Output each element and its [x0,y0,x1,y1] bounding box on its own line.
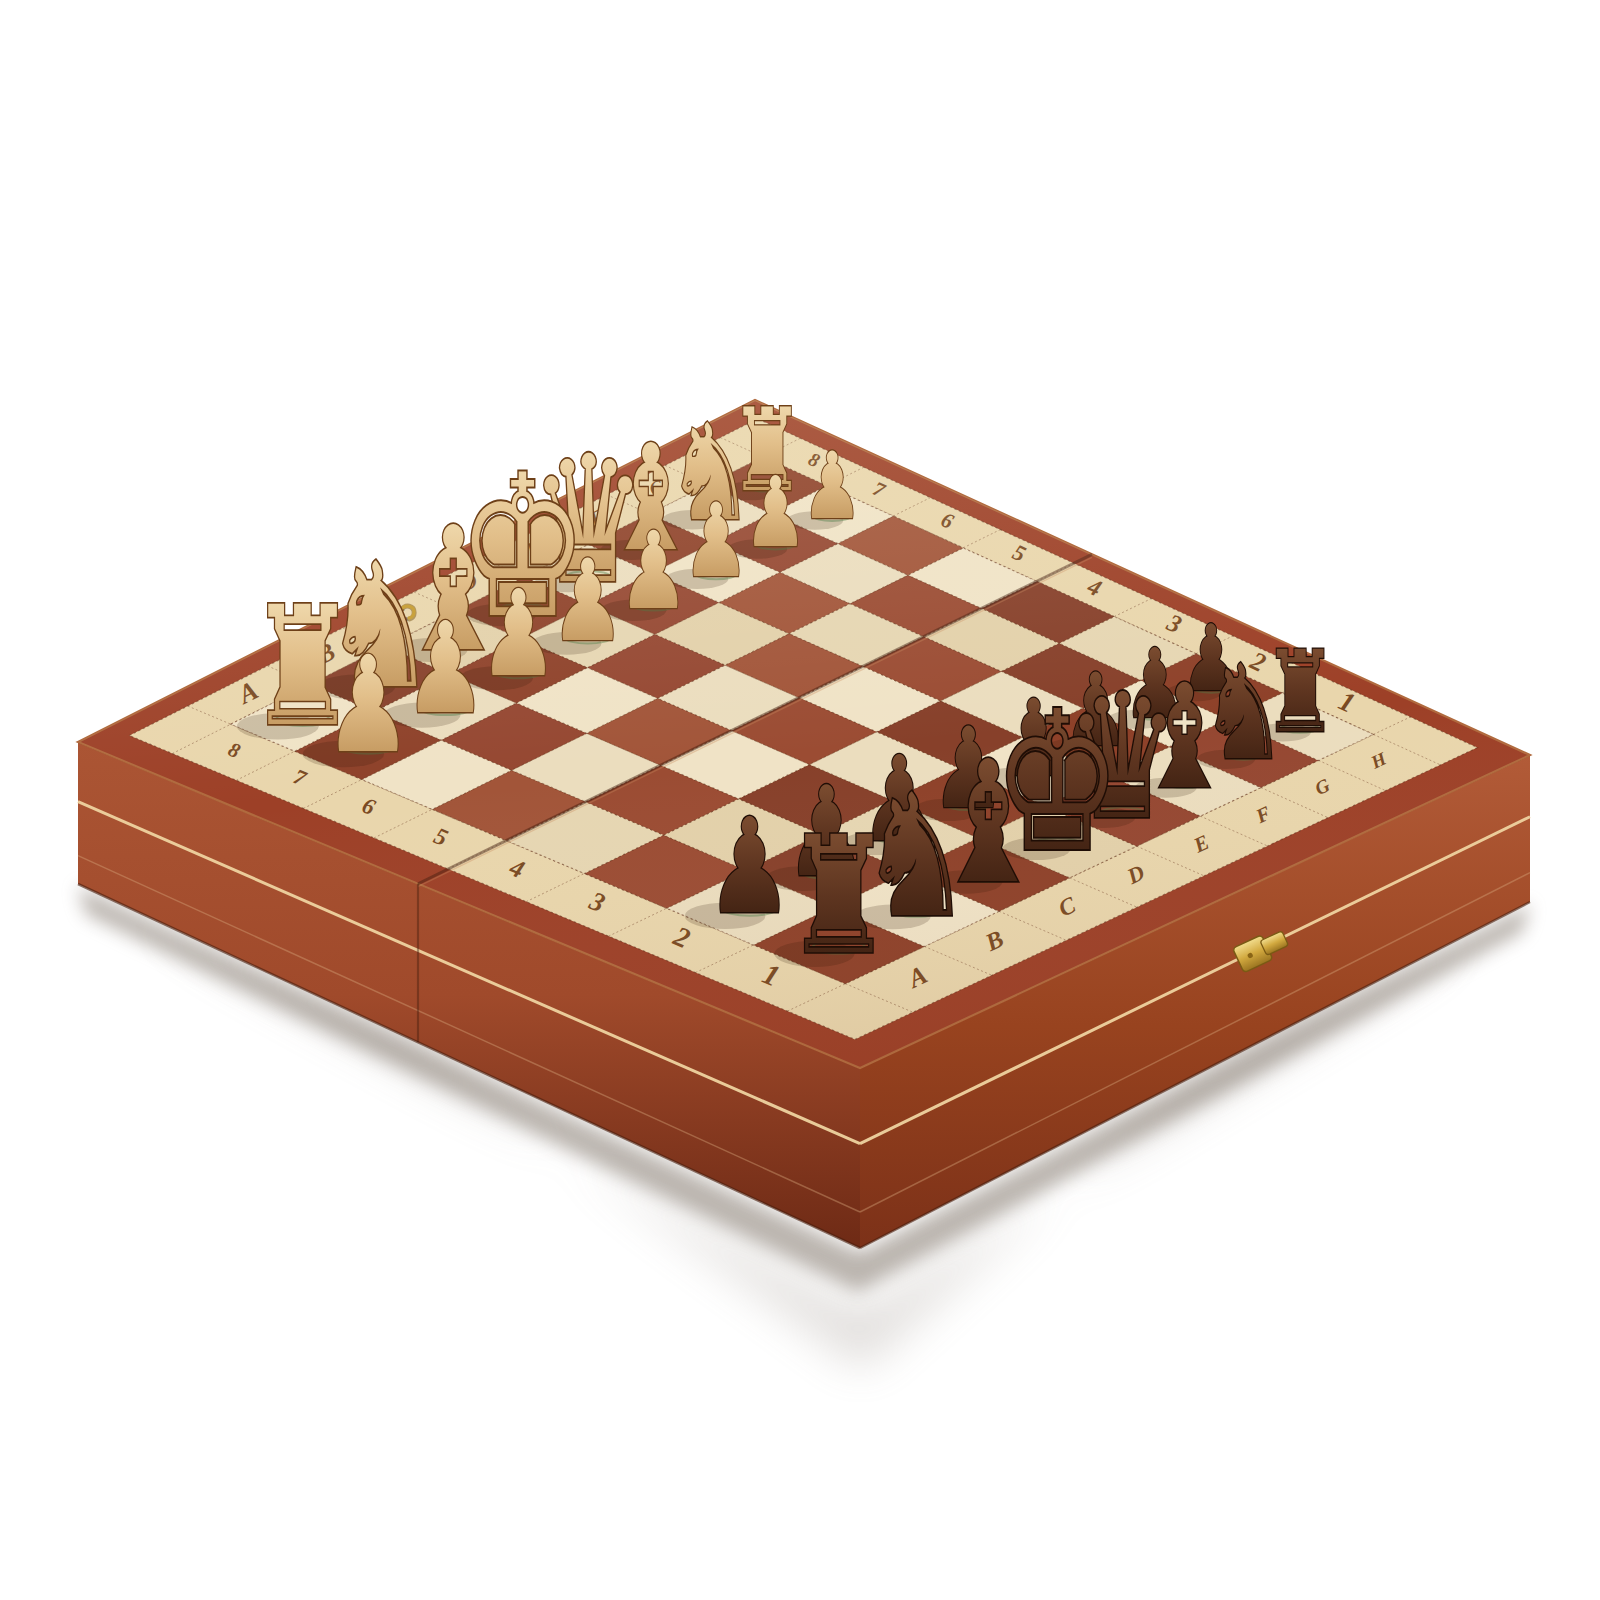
piece-light-pawn-a7[interactable]: ♟ [324,627,412,783]
piece-light-pawn-f7[interactable]: ♟ [682,482,750,600]
piece-dark-pawn-a2[interactable]: ♟ [706,791,793,943]
piece-light-pawn-d7[interactable]: ♟ [550,536,625,667]
piece-light-pawn-c7[interactable]: ♟ [479,565,558,704]
piece-light-pawn-b7[interactable]: ♟ [404,595,488,742]
piece-dark-rook-a1[interactable]: ♜ [785,801,892,990]
piece-light-pawn-e7[interactable]: ♟ [618,507,689,632]
piece-light-pawn-g7[interactable]: ♟ [743,457,807,570]
product-photo: 1122334455667788AABBCCDDEEFFGGHH♜♞♟♟♝♟♛♟… [0,0,1600,1600]
chess-board-scene: 1122334455667788AABBCCDDEEFFGGHH♜♞♟♟♝♟♛♟… [0,0,1600,1600]
piece-light-pawn-h7[interactable]: ♟ [801,432,862,540]
